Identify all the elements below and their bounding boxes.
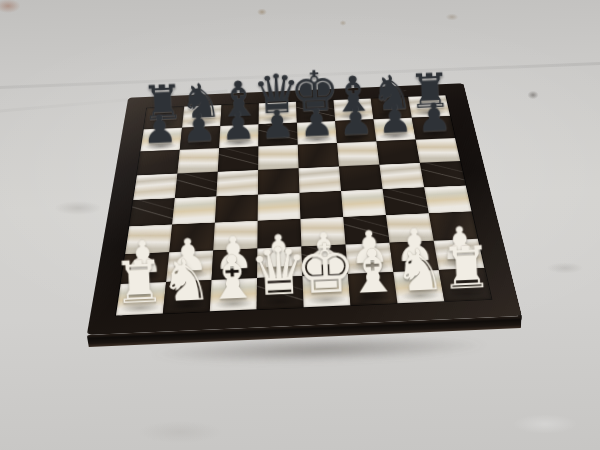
piece-black-king[interactable]: ♚ bbox=[289, 63, 341, 120]
square-e3[interactable] bbox=[298, 143, 339, 168]
piece-black-knight[interactable]: ♞ bbox=[178, 77, 222, 126]
square-g8[interactable]: ♞ bbox=[393, 270, 444, 303]
square-a5[interactable] bbox=[129, 198, 174, 226]
square-c1[interactable]: ♝ bbox=[220, 103, 259, 126]
piece-black-pawn[interactable]: ♟ bbox=[416, 97, 452, 137]
piece-white-rook[interactable]: ♜ bbox=[439, 238, 493, 298]
board-top-frame: ♜♞♝♛♚♝♞♜♟♟♟♟♟♟♟♟♟♟♟♟♟♟♟♟♜♞♝♛♚♝♞♜ bbox=[87, 83, 522, 335]
square-c3[interactable] bbox=[218, 146, 259, 171]
square-f8[interactable]: ♝ bbox=[348, 272, 398, 305]
square-h4[interactable] bbox=[420, 161, 466, 187]
piece-black-queen[interactable]: ♛ bbox=[251, 67, 301, 123]
piece-black-pawn[interactable]: ♟ bbox=[181, 108, 217, 148]
square-c2[interactable]: ♟ bbox=[219, 124, 259, 148]
board-grid: ♜♞♝♛♚♝♞♜♟♟♟♟♟♟♟♟♟♟♟♟♟♟♟♟♜♞♝♛♚♝♞♜ bbox=[116, 95, 491, 315]
square-f1[interactable]: ♝ bbox=[333, 98, 373, 121]
piece-black-pawn[interactable]: ♟ bbox=[338, 101, 374, 141]
square-a3[interactable] bbox=[137, 150, 180, 175]
chess-board: ♜♞♝♛♚♝♞♜♟♟♟♟♟♟♟♟♟♟♟♟♟♟♟♟♜♞♝♛♚♝♞♜ bbox=[89, 94, 521, 347]
piece-black-bishop[interactable]: ♝ bbox=[330, 68, 376, 119]
square-g2[interactable]: ♟ bbox=[373, 118, 415, 142]
square-h1[interactable]: ♜ bbox=[408, 95, 450, 117]
photo-scene: ♜♞♝♛♚♝♞♜♟♟♟♟♟♟♟♟♟♟♟♟♟♟♟♟♜♞♝♛♚♝♞♜ bbox=[0, 0, 600, 450]
square-b4[interactable] bbox=[175, 172, 218, 199]
square-d1[interactable]: ♛ bbox=[259, 102, 297, 125]
square-d4[interactable] bbox=[258, 168, 300, 194]
square-b8[interactable]: ♞ bbox=[163, 280, 212, 313]
piece-white-rook[interactable]: ♜ bbox=[111, 252, 165, 312]
piece-black-pawn[interactable]: ♟ bbox=[377, 99, 413, 139]
square-h2[interactable]: ♟ bbox=[412, 116, 455, 140]
square-a2[interactable]: ♟ bbox=[140, 128, 182, 152]
square-h5[interactable] bbox=[424, 185, 471, 213]
square-d5[interactable] bbox=[258, 193, 301, 221]
board-scene: ♜♞♝♛♚♝♞♜♟♟♟♟♟♟♟♟♟♟♟♟♟♟♟♟♜♞♝♛♚♝♞♜ bbox=[86, 0, 514, 418]
piece-black-pawn[interactable]: ♟ bbox=[220, 106, 256, 146]
square-h3[interactable] bbox=[416, 138, 461, 163]
square-d3[interactable] bbox=[258, 145, 298, 170]
square-g3[interactable] bbox=[376, 140, 419, 165]
square-e2[interactable]: ♟ bbox=[297, 121, 337, 145]
piece-black-pawn[interactable]: ♟ bbox=[142, 109, 178, 149]
square-h8[interactable]: ♜ bbox=[439, 268, 491, 301]
square-f4[interactable] bbox=[339, 165, 383, 191]
square-f2[interactable]: ♟ bbox=[335, 119, 376, 143]
piece-black-bishop[interactable]: ♝ bbox=[216, 73, 262, 124]
square-d2[interactable]: ♟ bbox=[258, 123, 297, 147]
piece-black-rook[interactable]: ♜ bbox=[407, 67, 451, 116]
piece-white-knight[interactable]: ♞ bbox=[392, 240, 446, 300]
square-e4[interactable] bbox=[299, 166, 341, 192]
piece-black-knight[interactable]: ♞ bbox=[369, 68, 413, 117]
square-g5[interactable] bbox=[383, 187, 429, 215]
square-g1[interactable]: ♞ bbox=[371, 97, 412, 120]
square-b3[interactable] bbox=[177, 148, 219, 173]
square-b2[interactable]: ♟ bbox=[180, 126, 221, 150]
square-e8[interactable]: ♚ bbox=[302, 274, 350, 307]
square-b5[interactable] bbox=[172, 196, 216, 224]
square-e5[interactable] bbox=[299, 191, 343, 219]
square-f5[interactable] bbox=[341, 189, 386, 217]
square-f3[interactable] bbox=[337, 141, 379, 166]
square-a1[interactable]: ♜ bbox=[144, 107, 184, 130]
square-a8[interactable]: ♜ bbox=[116, 282, 166, 316]
square-c4[interactable] bbox=[216, 170, 258, 197]
square-e1[interactable]: ♚ bbox=[296, 100, 335, 123]
square-c5[interactable] bbox=[215, 195, 258, 223]
square-b1[interactable]: ♞ bbox=[182, 105, 221, 128]
piece-black-pawn[interactable]: ♟ bbox=[298, 102, 334, 142]
square-a4[interactable] bbox=[133, 173, 177, 200]
piece-black-pawn[interactable]: ♟ bbox=[259, 104, 295, 144]
piece-black-rook[interactable]: ♜ bbox=[140, 78, 184, 127]
square-g4[interactable] bbox=[379, 163, 424, 189]
